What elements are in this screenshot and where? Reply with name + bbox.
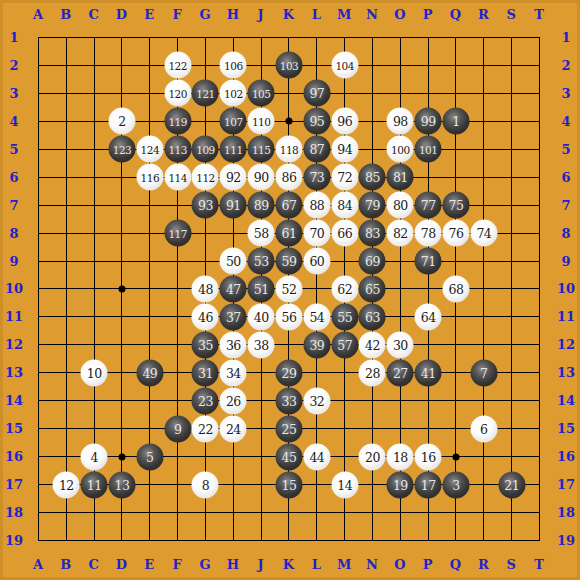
move-number: 115 [252,143,271,155]
coord-label-bottom: E [144,558,154,571]
move-number: 100 [391,143,410,155]
coord-label-left: 10 [5,282,23,295]
grid-line-vertical [511,37,512,541]
black-stone-53[interactable]: 53 [248,248,275,275]
white-stone-66[interactable]: 66 [331,220,358,247]
white-stone-92[interactable]: 92 [220,164,247,191]
coord-label-left: 8 [9,226,18,239]
white-stone-24[interactable]: 24 [220,415,247,442]
coord-label-left: 2 [9,58,18,71]
white-stone-116[interactable]: 116 [136,164,163,191]
black-stone-89[interactable]: 89 [248,192,275,219]
white-stone-60[interactable]: 60 [303,248,330,275]
white-stone-8[interactable]: 8 [192,471,219,498]
move-number: 27 [393,365,408,380]
white-stone-26[interactable]: 26 [220,387,247,414]
white-stone-46[interactable]: 46 [192,303,219,330]
coord-label-right: 2 [561,58,570,71]
move-number: 105 [252,87,271,99]
coord-label-left: 6 [9,170,18,183]
move-number: 98 [393,114,408,129]
coord-label-right: 9 [561,254,570,267]
move-number: 9 [174,421,181,436]
move-number: 86 [282,170,297,185]
black-stone-23[interactable]: 23 [192,387,219,414]
black-stone-93[interactable]: 93 [192,192,219,219]
coord-label-bottom: N [366,558,378,571]
black-stone-9[interactable]: 9 [164,415,191,442]
white-stone-114[interactable]: 114 [164,164,191,191]
coord-label-right: 10 [557,282,575,295]
white-stone-6[interactable]: 6 [470,415,497,442]
move-number: 24 [226,421,241,436]
white-stone-120[interactable]: 120 [164,80,191,107]
black-stone-63[interactable]: 63 [359,303,386,330]
black-stone-83[interactable]: 83 [359,220,386,247]
move-number: 12 [59,477,74,492]
white-stone-72[interactable]: 72 [331,164,358,191]
black-stone-97[interactable]: 97 [303,80,330,107]
coord-label-right: 4 [561,114,570,127]
move-number: 28 [365,365,380,380]
coord-label-bottom: O [394,558,405,571]
white-stone-16[interactable]: 16 [415,443,442,470]
move-number: 85 [365,170,380,185]
white-stone-124[interactable]: 124 [136,136,163,163]
white-stone-34[interactable]: 34 [220,359,247,386]
move-number: 117 [168,227,187,239]
coord-label-left: 9 [9,254,18,267]
move-number: 101 [419,143,438,155]
move-number: 89 [254,198,269,213]
move-number: 67 [282,198,297,213]
move-number: 38 [254,337,269,352]
black-stone-69[interactable]: 69 [359,248,386,275]
black-stone-109[interactable]: 109 [192,136,219,163]
coord-label-top: D [116,8,127,21]
coord-label-right: 7 [561,198,570,211]
coord-label-bottom: D [116,558,127,571]
white-stone-78[interactable]: 78 [415,220,442,247]
black-stone-29[interactable]: 29 [275,359,302,386]
white-stone-64[interactable]: 64 [415,303,442,330]
move-number: 91 [226,198,241,213]
move-number: 36 [226,337,241,352]
coord-label-right: 8 [561,226,570,239]
move-number: 30 [393,337,408,352]
move-number: 52 [282,281,297,296]
move-number: 65 [365,281,380,296]
move-number: 55 [337,309,352,324]
move-number: 5 [146,449,153,464]
white-stone-84[interactable]: 84 [331,192,358,219]
white-stone-50[interactable]: 50 [220,248,247,275]
move-number: 15 [282,477,297,492]
black-stone-13[interactable]: 13 [108,471,135,498]
move-number: 120 [168,87,187,99]
coord-label-top: N [366,8,378,21]
black-stone-15[interactable]: 15 [275,471,302,498]
coord-label-left: 18 [5,506,23,519]
coord-label-bottom: J [258,558,264,571]
coord-label-right: 17 [557,478,575,491]
move-number: 44 [309,449,324,464]
white-stone-22[interactable]: 22 [192,415,219,442]
white-stone-98[interactable]: 98 [387,108,414,135]
white-stone-28[interactable]: 28 [359,359,386,386]
white-stone-62[interactable]: 62 [331,275,358,302]
move-number: 84 [337,198,352,213]
grid-line-horizontal [38,540,540,541]
black-stone-47[interactable]: 47 [220,275,247,302]
black-stone-111[interactable]: 111 [220,136,247,163]
black-stone-79[interactable]: 79 [359,192,386,219]
star-point [452,453,459,460]
move-number: 45 [282,449,297,464]
black-stone-45[interactable]: 45 [275,443,302,470]
move-number: 47 [226,281,241,296]
move-number: 82 [393,226,408,241]
coord-label-left: 5 [9,142,18,155]
move-number: 62 [337,281,352,296]
move-number: 57 [337,337,352,352]
move-number: 34 [226,365,241,380]
move-number: 68 [449,281,464,296]
move-number: 49 [142,365,157,380]
white-stone-38[interactable]: 38 [248,331,275,358]
move-number: 73 [309,170,324,185]
white-stone-32[interactable]: 32 [303,387,330,414]
white-stone-4[interactable]: 4 [81,443,108,470]
move-number: 4 [90,449,97,464]
coord-label-bottom: P [423,558,433,571]
move-number: 99 [421,114,436,129]
black-stone-113[interactable]: 113 [164,136,191,163]
coord-label-top: S [506,8,515,21]
coord-label-bottom: C [88,558,98,571]
move-number: 8 [202,477,209,492]
black-stone-5[interactable]: 5 [136,443,163,470]
black-stone-85[interactable]: 85 [359,164,386,191]
black-stone-17[interactable]: 17 [415,471,442,498]
coord-label-bottom: L [312,558,321,571]
black-stone-87[interactable]: 87 [303,136,330,163]
move-number: 87 [309,142,324,157]
coord-label-left: 3 [9,86,18,99]
coord-label-top: M [337,8,351,21]
go-board[interactable]: AABBCCDDEEFFGGHHJJKKLLMMNNOOPPQQRRSSTT11… [0,0,580,580]
move-number: 107 [224,115,243,127]
black-stone-1[interactable]: 1 [442,108,469,135]
star-point [118,453,125,460]
coord-label-right: 14 [557,394,575,407]
black-stone-41[interactable]: 41 [415,359,442,386]
white-stone-112[interactable]: 112 [192,164,219,191]
coord-label-top: Q [450,8,461,21]
white-stone-20[interactable]: 20 [359,443,386,470]
black-stone-49[interactable]: 49 [136,359,163,386]
coord-label-left: 7 [9,198,18,211]
move-number: 124 [141,143,160,155]
move-number: 122 [168,59,187,71]
coord-label-bottom: F [173,558,182,571]
move-number: 95 [309,114,324,129]
coord-label-top: H [227,8,239,21]
white-stone-36[interactable]: 36 [220,331,247,358]
star-point [118,285,125,292]
white-stone-100[interactable]: 100 [387,136,414,163]
coord-label-right: 3 [561,86,570,99]
move-number: 116 [141,171,160,183]
coord-label-bottom: A [33,558,43,571]
black-stone-101[interactable]: 101 [415,136,442,163]
move-number: 37 [226,309,241,324]
white-stone-88[interactable]: 88 [303,192,330,219]
black-stone-81[interactable]: 81 [387,164,414,191]
black-stone-57[interactable]: 57 [331,331,358,358]
move-number: 97 [309,86,324,101]
black-stone-37[interactable]: 37 [220,303,247,330]
move-number: 79 [365,198,380,213]
move-number: 33 [282,393,297,408]
move-number: 61 [282,226,297,241]
move-number: 114 [168,171,187,183]
black-stone-91[interactable]: 91 [220,192,247,219]
coord-label-right: 16 [557,450,575,463]
white-stone-52[interactable]: 52 [275,275,302,302]
move-number: 17 [421,477,436,492]
white-stone-118[interactable]: 118 [275,136,302,163]
coord-label-top: G [199,8,210,21]
white-stone-74[interactable]: 74 [470,220,497,247]
coord-label-left: 1 [9,31,18,44]
coord-label-top: R [478,8,489,21]
black-stone-115[interactable]: 115 [248,136,275,163]
white-stone-12[interactable]: 12 [53,471,80,498]
coord-label-left: 14 [5,394,23,407]
grid-line-horizontal [38,344,540,345]
white-stone-44[interactable]: 44 [303,443,330,470]
move-number: 2 [118,114,125,129]
move-number: 54 [309,309,324,324]
move-number: 1 [452,114,459,129]
coord-label-left: 12 [5,338,23,351]
move-number: 64 [421,309,436,324]
move-number: 40 [254,309,269,324]
white-stone-106[interactable]: 106 [220,52,247,79]
move-number: 94 [337,142,352,157]
black-stone-75[interactable]: 75 [442,192,469,219]
black-stone-21[interactable]: 21 [498,471,525,498]
white-stone-110[interactable]: 110 [248,108,275,135]
coord-label-bottom: T [534,558,544,571]
white-stone-58[interactable]: 58 [248,220,275,247]
white-stone-82[interactable]: 82 [387,220,414,247]
white-stone-80[interactable]: 80 [387,192,414,219]
black-stone-61[interactable]: 61 [275,220,302,247]
move-number: 60 [309,254,324,269]
grid-line-vertical [483,37,484,541]
black-stone-27[interactable]: 27 [387,359,414,386]
star-point [285,118,292,125]
move-number: 23 [198,393,213,408]
white-stone-14[interactable]: 14 [331,471,358,498]
coord-label-top: C [88,8,98,21]
move-number: 18 [393,449,408,464]
move-number: 123 [113,143,132,155]
black-stone-65[interactable]: 65 [359,275,386,302]
white-stone-68[interactable]: 68 [442,275,469,302]
move-number: 109 [196,143,215,155]
move-number: 16 [421,449,436,464]
coord-label-right: 18 [557,506,575,519]
white-stone-70[interactable]: 70 [303,220,330,247]
coord-label-right: 11 [557,310,575,323]
move-number: 102 [224,87,243,99]
black-stone-77[interactable]: 77 [415,192,442,219]
black-stone-7[interactable]: 7 [470,359,497,386]
move-number: 83 [365,226,380,241]
black-stone-121[interactable]: 121 [192,80,219,107]
black-stone-99[interactable]: 99 [415,108,442,135]
coord-label-bottom: H [227,558,239,571]
coord-label-top: A [33,8,43,21]
move-number: 78 [421,226,436,241]
move-number: 80 [393,198,408,213]
coord-label-top: T [534,8,544,21]
move-number: 51 [254,281,269,296]
move-number: 118 [280,143,299,155]
black-stone-11[interactable]: 11 [81,471,108,498]
black-stone-59[interactable]: 59 [275,248,302,275]
white-stone-10[interactable]: 10 [81,359,108,386]
move-number: 46 [198,309,213,324]
black-stone-25[interactable]: 25 [275,415,302,442]
black-stone-123[interactable]: 123 [108,136,135,163]
white-stone-96[interactable]: 96 [331,108,358,135]
coord-label-left: 17 [5,478,23,491]
move-number: 111 [224,143,243,155]
move-number: 20 [365,449,380,464]
coord-label-bottom: S [506,558,515,571]
black-stone-55[interactable]: 55 [331,303,358,330]
move-number: 29 [282,365,297,380]
white-stone-122[interactable]: 122 [164,52,191,79]
black-stone-51[interactable]: 51 [248,275,275,302]
coord-label-top: B [60,8,71,21]
black-stone-31[interactable]: 31 [192,359,219,386]
coord-label-top: E [144,8,154,21]
move-number: 119 [168,115,187,127]
move-number: 110 [252,115,271,127]
coord-label-top: K [283,8,294,21]
grid-line-horizontal [38,512,540,513]
white-stone-104[interactable]: 104 [331,52,358,79]
white-stone-90[interactable]: 90 [248,164,275,191]
move-number: 7 [480,365,487,380]
coord-label-left: 19 [5,533,23,546]
white-stone-42[interactable]: 42 [359,331,386,358]
coord-label-bottom: Q [450,558,461,571]
move-number: 35 [198,337,213,352]
coord-label-top: F [173,8,182,21]
black-stone-35[interactable]: 35 [192,331,219,358]
move-number: 90 [254,170,269,185]
move-number: 56 [282,309,297,324]
coord-label-right: 6 [561,170,570,183]
coord-label-bottom: M [337,558,351,571]
black-stone-95[interactable]: 95 [303,108,330,135]
move-number: 75 [449,198,464,213]
move-number: 72 [337,170,352,185]
move-number: 104 [335,59,354,71]
black-stone-3[interactable]: 3 [442,471,469,498]
move-number: 11 [87,477,102,492]
coord-label-left: 16 [5,450,23,463]
coord-label-bottom: R [478,558,489,571]
white-stone-102[interactable]: 102 [220,80,247,107]
move-number: 59 [282,254,297,269]
move-number: 26 [226,393,241,408]
black-stone-105[interactable]: 105 [248,80,275,107]
coord-label-bottom: B [60,558,71,571]
black-stone-103[interactable]: 103 [275,52,302,79]
move-number: 14 [337,477,352,492]
black-stone-71[interactable]: 71 [415,248,442,275]
coord-label-left: 4 [9,114,18,127]
move-number: 3 [452,477,459,492]
move-number: 71 [421,254,436,269]
white-stone-94[interactable]: 94 [331,136,358,163]
move-number: 22 [198,421,213,436]
move-number: 25 [282,421,297,436]
white-stone-18[interactable]: 18 [387,443,414,470]
move-number: 106 [224,59,243,71]
move-number: 19 [393,477,408,492]
grid-line-vertical [539,37,540,541]
move-number: 69 [365,254,380,269]
move-number: 112 [196,171,215,183]
white-stone-56[interactable]: 56 [275,303,302,330]
white-stone-40[interactable]: 40 [248,303,275,330]
black-stone-107[interactable]: 107 [220,108,247,135]
coord-label-bottom: G [199,558,210,571]
move-number: 96 [337,114,352,129]
coord-label-left: 13 [5,366,23,379]
move-number: 31 [198,365,213,380]
black-stone-39[interactable]: 39 [303,331,330,358]
coord-label-top: O [394,8,405,21]
move-number: 6 [480,421,487,436]
white-stone-76[interactable]: 76 [442,220,469,247]
move-number: 21 [504,477,519,492]
white-stone-48[interactable]: 48 [192,275,219,302]
move-number: 103 [280,59,299,71]
black-stone-73[interactable]: 73 [303,164,330,191]
white-stone-2[interactable]: 2 [108,108,135,135]
black-stone-33[interactable]: 33 [275,387,302,414]
white-stone-54[interactable]: 54 [303,303,330,330]
move-number: 113 [168,143,187,155]
black-stone-119[interactable]: 119 [164,108,191,135]
white-stone-86[interactable]: 86 [275,164,302,191]
black-stone-67[interactable]: 67 [275,192,302,219]
black-stone-19[interactable]: 19 [387,471,414,498]
black-stone-117[interactable]: 117 [164,220,191,247]
white-stone-30[interactable]: 30 [387,331,414,358]
coord-label-right: 5 [561,142,570,155]
move-number: 74 [476,226,491,241]
